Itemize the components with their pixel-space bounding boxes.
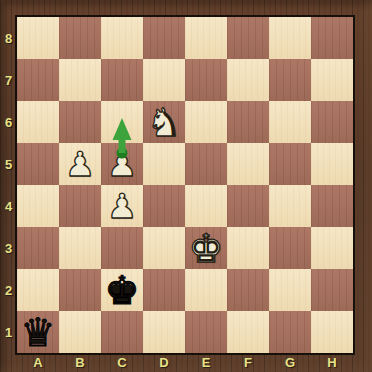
square-b7[interactable]	[59, 59, 101, 101]
rank-label-2: 2	[0, 269, 17, 311]
square-d7[interactable]	[143, 59, 185, 101]
file-label-g: G	[269, 353, 311, 372]
square-g3[interactable]	[269, 227, 311, 269]
square-a6[interactable]	[17, 101, 59, 143]
square-e2[interactable]	[185, 269, 227, 311]
square-h3[interactable]	[311, 227, 353, 269]
square-d3[interactable]	[143, 227, 185, 269]
rank-label-3: 3	[0, 227, 17, 269]
square-e5[interactable]	[185, 143, 227, 185]
square-b5[interactable]: ♟	[59, 143, 101, 185]
file-label-a: A	[17, 353, 59, 372]
white-pawn-piece[interactable]: ♟	[107, 189, 137, 223]
square-d5[interactable]	[143, 143, 185, 185]
white-pawn-piece[interactable]: ♟	[65, 147, 95, 181]
square-h2[interactable]	[311, 269, 353, 311]
square-f4[interactable]	[227, 185, 269, 227]
square-c6[interactable]	[101, 101, 143, 143]
black-queen-piece[interactable]: ♛	[21, 313, 56, 352]
rank-label-6: 6	[0, 101, 17, 143]
square-g4[interactable]	[269, 185, 311, 227]
square-b2[interactable]	[59, 269, 101, 311]
square-g6[interactable]	[269, 101, 311, 143]
square-e1[interactable]	[185, 311, 227, 353]
square-f6[interactable]	[227, 101, 269, 143]
square-a1[interactable]: ♛	[17, 311, 59, 353]
rank-label-7: 7	[0, 59, 17, 101]
square-c2[interactable]: ♚	[101, 269, 143, 311]
square-d2[interactable]	[143, 269, 185, 311]
square-c1[interactable]	[101, 311, 143, 353]
square-e4[interactable]	[185, 185, 227, 227]
square-g5[interactable]	[269, 143, 311, 185]
square-c3[interactable]	[101, 227, 143, 269]
file-label-d: D	[143, 353, 185, 372]
square-g8[interactable]	[269, 17, 311, 59]
square-a4[interactable]	[17, 185, 59, 227]
rank-label-1: 1	[0, 311, 17, 353]
white-pawn-piece[interactable]: ♟	[107, 147, 137, 181]
square-h1[interactable]	[311, 311, 353, 353]
square-b4[interactable]	[59, 185, 101, 227]
white-king-piece[interactable]: ♚	[189, 229, 224, 268]
file-label-e: E	[185, 353, 227, 372]
chess-board: ♞♟♟♟♚♚♛	[17, 17, 353, 353]
square-a3[interactable]	[17, 227, 59, 269]
square-f5[interactable]	[227, 143, 269, 185]
square-e3[interactable]: ♚	[185, 227, 227, 269]
black-king-piece[interactable]: ♚	[105, 271, 140, 310]
square-b6[interactable]	[59, 101, 101, 143]
square-f1[interactable]	[227, 311, 269, 353]
square-d8[interactable]	[143, 17, 185, 59]
square-a5[interactable]	[17, 143, 59, 185]
square-c7[interactable]	[101, 59, 143, 101]
square-h5[interactable]	[311, 143, 353, 185]
rank-label-8: 8	[0, 17, 17, 59]
rank-label-5: 5	[0, 143, 17, 185]
square-f8[interactable]	[227, 17, 269, 59]
square-b8[interactable]	[59, 17, 101, 59]
white-knight-piece[interactable]: ♞	[147, 103, 182, 142]
file-label-c: C	[101, 353, 143, 372]
square-g1[interactable]	[269, 311, 311, 353]
rank-label-4: 4	[0, 185, 17, 227]
chess-app-window: ♞♟♟♟♚♚♛ 87654321 ABCDEFGH	[0, 0, 372, 372]
square-a2[interactable]	[17, 269, 59, 311]
square-c5[interactable]: ♟	[101, 143, 143, 185]
square-f3[interactable]	[227, 227, 269, 269]
square-g2[interactable]	[269, 269, 311, 311]
square-h7[interactable]	[311, 59, 353, 101]
square-h8[interactable]	[311, 17, 353, 59]
square-h4[interactable]	[311, 185, 353, 227]
file-label-h: H	[311, 353, 353, 372]
square-b1[interactable]	[59, 311, 101, 353]
square-a8[interactable]	[17, 17, 59, 59]
file-label-f: F	[227, 353, 269, 372]
file-label-b: B	[59, 353, 101, 372]
square-g7[interactable]	[269, 59, 311, 101]
square-d4[interactable]	[143, 185, 185, 227]
square-e7[interactable]	[185, 59, 227, 101]
square-c8[interactable]	[101, 17, 143, 59]
square-f7[interactable]	[227, 59, 269, 101]
square-h6[interactable]	[311, 101, 353, 143]
square-b3[interactable]	[59, 227, 101, 269]
square-e8[interactable]	[185, 17, 227, 59]
square-f2[interactable]	[227, 269, 269, 311]
square-a7[interactable]	[17, 59, 59, 101]
square-e6[interactable]	[185, 101, 227, 143]
square-c4[interactable]: ♟	[101, 185, 143, 227]
square-d1[interactable]	[143, 311, 185, 353]
square-d6[interactable]: ♞	[143, 101, 185, 143]
